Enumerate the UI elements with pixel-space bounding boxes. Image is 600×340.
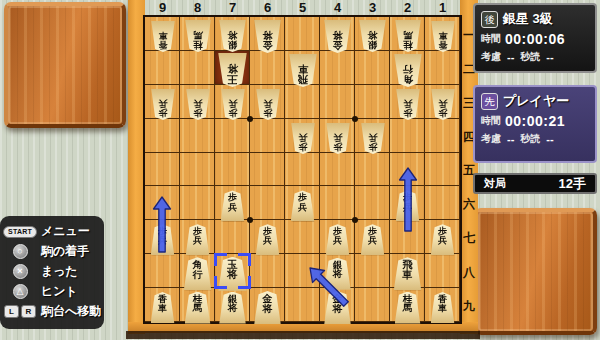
square-3三[interactable] <box>355 85 390 119</box>
l-button-icon: L <box>4 305 19 318</box>
circle-button-icon: ○ <box>13 244 28 259</box>
star-point <box>247 116 253 122</box>
square-9六[interactable] <box>145 186 180 220</box>
column-label-8: 8 <box>180 0 215 15</box>
column-label-3: 3 <box>355 0 390 15</box>
square-5七[interactable] <box>285 220 320 254</box>
menu-item-move-piece[interactable]: ○ 駒の着手 <box>4 242 100 261</box>
gote-badge: 後 <box>481 11 498 28</box>
gote-time-label: 時間 <box>481 32 501 46</box>
gote-player-name: 銀星 3級 <box>503 10 553 28</box>
star-point <box>352 116 358 122</box>
sente-byoyomi-label: 秒読 <box>520 132 540 146</box>
square-1二[interactable] <box>425 51 460 85</box>
row-label-6: 六 <box>460 196 478 213</box>
gote-info-panel: 後 銀星 3級 時間 00:00:06 考慮 -- 秒読 -- <box>473 3 597 73</box>
cross-button-icon: × <box>13 264 28 279</box>
square-6五[interactable] <box>250 153 285 187</box>
square-8四[interactable] <box>180 119 215 153</box>
square-6二[interactable] <box>250 51 285 85</box>
menu-item-menu[interactable]: START メニュー <box>4 222 100 241</box>
menu-item-hint[interactable]: △ ヒント <box>4 282 100 301</box>
r-button-icon: R <box>21 305 36 318</box>
gote-piece-stand[interactable] <box>4 2 126 128</box>
match-status-bar: 対局 12手 <box>473 173 597 194</box>
square-1五[interactable] <box>425 153 460 187</box>
square-9四[interactable] <box>145 119 180 153</box>
square-2五[interactable] <box>390 153 425 187</box>
square-8五[interactable] <box>180 153 215 187</box>
menu-item-goto-stand[interactable]: L R 駒台へ移動 <box>4 302 100 321</box>
gote-consider-label: 考慮 <box>481 50 501 64</box>
square-9二[interactable] <box>145 51 180 85</box>
square-2四[interactable] <box>390 119 425 153</box>
column-label-6: 6 <box>250 0 285 15</box>
sente-consider-value: -- <box>507 133 514 145</box>
row-label-8: 八 <box>460 264 478 281</box>
square-8二[interactable] <box>180 51 215 85</box>
column-label-1: 1 <box>425 0 460 15</box>
square-7五[interactable] <box>215 153 250 187</box>
selection-cursor <box>214 253 251 289</box>
row-label-7: 七 <box>460 230 478 247</box>
square-3六[interactable] <box>355 186 390 220</box>
square-4二[interactable] <box>320 51 355 85</box>
gote-time-value: 00:00:06 <box>505 31 565 47</box>
square-4三[interactable] <box>320 85 355 119</box>
sente-byoyomi-value: -- <box>546 133 553 145</box>
square-1八[interactable] <box>425 254 460 288</box>
move-count: 12手 <box>559 175 586 193</box>
menu-item-undo[interactable]: × まった <box>4 262 100 281</box>
square-1六[interactable] <box>425 186 460 220</box>
match-label: 対局 <box>484 176 506 191</box>
square-1四[interactable] <box>425 119 460 153</box>
square-3五[interactable] <box>355 153 390 187</box>
sente-consider-label: 考慮 <box>481 132 501 146</box>
square-3九[interactable] <box>355 288 390 322</box>
square-9五[interactable] <box>145 153 180 187</box>
column-label-9: 9 <box>145 0 180 15</box>
sente-badge: 先 <box>481 93 498 110</box>
gote-byoyomi-value: -- <box>546 51 553 63</box>
sente-time-value: 00:00:21 <box>505 113 565 129</box>
game-screen: 987654321一二三四五六七八九香車桂馬銀将金将金将銀将桂馬香車王将飛車角行… <box>0 0 600 340</box>
column-label-2: 2 <box>390 0 425 15</box>
square-5五[interactable] <box>285 153 320 187</box>
board-shadow <box>126 331 480 339</box>
square-6六[interactable] <box>250 186 285 220</box>
square-5三[interactable] <box>285 85 320 119</box>
square-7七[interactable] <box>215 220 250 254</box>
square-5九[interactable] <box>285 288 320 322</box>
square-3八[interactable] <box>355 254 390 288</box>
sente-piece-stand[interactable] <box>474 208 597 335</box>
gote-byoyomi-label: 秒読 <box>520 50 540 64</box>
square-4六[interactable] <box>320 186 355 220</box>
column-label-5: 5 <box>285 0 320 15</box>
square-5一[interactable] <box>285 17 320 51</box>
triangle-button-icon: △ <box>13 284 28 299</box>
square-6八[interactable] <box>250 254 285 288</box>
column-label-7: 7 <box>215 0 250 15</box>
square-6四[interactable] <box>250 119 285 153</box>
square-4五[interactable] <box>320 153 355 187</box>
row-label-9: 九 <box>460 298 478 315</box>
square-2七[interactable] <box>390 220 425 254</box>
column-label-4: 4 <box>320 0 355 15</box>
square-5八[interactable] <box>285 254 320 288</box>
square-8六[interactable] <box>180 186 215 220</box>
square-9八[interactable] <box>145 254 180 288</box>
start-button-icon: START <box>3 226 37 238</box>
sente-player-name: プレイヤー <box>503 92 569 110</box>
sente-time-label: 時間 <box>481 114 501 128</box>
controls-legend: START メニュー ○ 駒の着手 × まった △ ヒント L R 駒台へ移動 <box>0 216 104 329</box>
sente-info-panel: 先 プレイヤー 時間 00:00:21 考慮 -- 秒読 -- <box>473 85 597 163</box>
square-3二[interactable] <box>355 51 390 85</box>
square-7四[interactable] <box>215 119 250 153</box>
gote-consider-value: -- <box>507 51 514 63</box>
